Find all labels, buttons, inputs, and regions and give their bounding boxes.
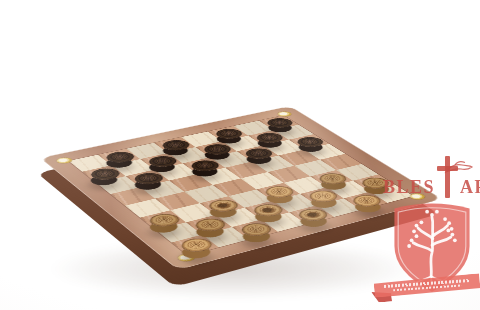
piece-light[interactable] (204, 198, 243, 214)
piece-light[interactable] (261, 184, 299, 200)
product-photo-scene: BLES ART (0, 0, 480, 310)
piece-dark[interactable] (200, 142, 236, 156)
dove-icon (444, 160, 474, 177)
olive-tree-icon (413, 217, 451, 276)
piece-dark[interactable] (144, 154, 181, 168)
piece-dark[interactable] (252, 131, 287, 144)
ribbon-fold (371, 291, 392, 303)
piece-light[interactable] (348, 193, 386, 209)
piece-dark[interactable] (293, 135, 328, 148)
checkers-board (40, 106, 442, 270)
piece-dark[interactable] (263, 116, 297, 129)
piece-light[interactable] (176, 236, 217, 254)
cross-icon (437, 156, 458, 198)
piece-light[interactable] (357, 176, 394, 191)
piece-light[interactable] (145, 212, 185, 229)
piece-dark[interactable] (212, 127, 247, 140)
piece-light[interactable] (314, 171, 351, 186)
piece-light[interactable] (191, 216, 231, 233)
piece-light[interactable] (237, 221, 277, 238)
piece-dark[interactable] (102, 150, 139, 164)
brand-text-right: ART (460, 178, 480, 198)
piece-light[interactable] (294, 207, 333, 223)
piece-dark[interactable] (241, 147, 277, 161)
piece-light[interactable] (304, 189, 342, 205)
piece-dark[interactable] (130, 171, 168, 186)
piece-light[interactable] (249, 202, 288, 218)
ribbon-text-line (393, 284, 461, 291)
piece-dark[interactable] (87, 167, 125, 182)
piece-dark[interactable] (187, 159, 224, 174)
piece-dark[interactable] (158, 138, 194, 152)
